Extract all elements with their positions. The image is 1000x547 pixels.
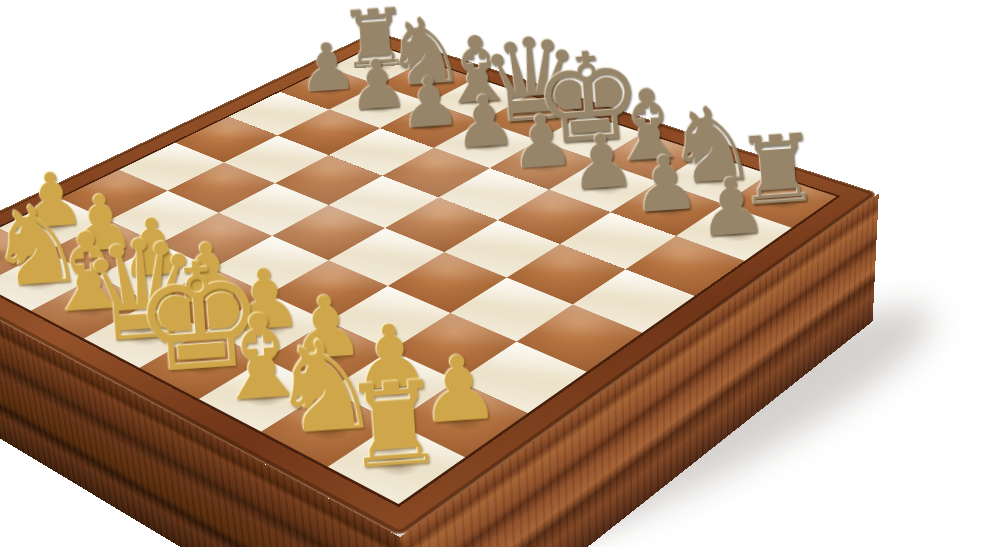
- perspective-stage: ♜♞♝♛♚♝♞♜♟♟♟♟♟♟♟♟♟♟♟♟♟♟♟♟♜♞♝♛♚♝♞♜: [0, 0, 1000, 547]
- chess-board-assembly: ♜♞♝♛♚♝♞♜♟♟♟♟♟♟♟♟♟♟♟♟♟♟♟♟♜♞♝♛♚♝♞♜: [0, 31, 879, 537]
- piece-black-pawn-h7: ♟: [694, 166, 769, 249]
- chess-set-photo: ♜♞♝♛♚♝♞♜♟♟♟♟♟♟♟♟♟♟♟♟♟♟♟♟♜♞♝♛♚♝♞♜: [0, 0, 1000, 547]
- square-h1: ♜: [328, 423, 465, 504]
- piece-black-pawn-g7: ♟: [629, 144, 702, 225]
